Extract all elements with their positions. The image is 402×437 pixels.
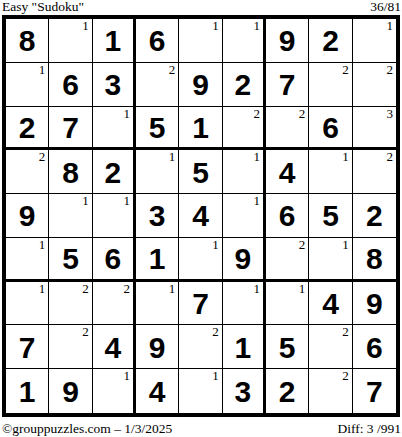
cell-r6c7[interactable]: 2 xyxy=(266,238,309,282)
cell-r2c8[interactable]: 2 xyxy=(309,63,352,107)
given-digit: 5 xyxy=(266,325,308,368)
cell-r5c6[interactable]: 1 xyxy=(223,194,266,238)
pencil-mark: 2 xyxy=(253,107,260,122)
cell-r7c3[interactable]: 2 xyxy=(93,282,136,326)
given-digit: 1 xyxy=(179,107,221,148)
cell-r5c1[interactable]: 9 xyxy=(6,194,49,238)
cell-r2c7[interactable]: 7 xyxy=(266,63,309,107)
pencil-mark: 2 xyxy=(82,325,89,340)
pencil-mark: 1 xyxy=(39,238,46,253)
pencil-mark: 1 xyxy=(82,194,89,209)
given-digit: 6 xyxy=(353,325,396,368)
given-digit: 1 xyxy=(93,19,133,62)
cell-r1c6[interactable]: 1 xyxy=(223,19,266,63)
pencil-mark: 1 xyxy=(123,369,130,384)
cell-r4c7[interactable]: 4 xyxy=(266,150,309,194)
pencil-mark: 1 xyxy=(169,150,176,165)
cell-r2c4[interactable]: 2 xyxy=(136,63,179,107)
cell-r4c4[interactable]: 1 xyxy=(136,150,179,194)
cell-r8c2[interactable]: 2 xyxy=(49,325,92,369)
given-digit: 6 xyxy=(93,238,133,279)
pencil-mark: 2 xyxy=(342,63,349,78)
cell-r1c4[interactable]: 6 xyxy=(136,19,179,63)
cell-r8c8[interactable]: 2 xyxy=(309,325,352,369)
cell-r7c6[interactable]: 1 xyxy=(223,282,266,326)
copyright-text: ©grouppuzzles.com – 1/3/2025 xyxy=(2,421,172,436)
header: Easy "Sudoku" 36/81 xyxy=(2,0,401,14)
cell-r4c3[interactable]: 2 xyxy=(93,150,136,194)
given-digit: 2 xyxy=(6,107,48,148)
given-digit: 9 xyxy=(49,369,91,413)
sudoku-board: 8116119211632927222715122632821514129113… xyxy=(2,15,400,417)
given-digit: 8 xyxy=(49,150,91,193)
cell-r5c4[interactable]: 3 xyxy=(136,194,179,238)
given-digit: 7 xyxy=(179,282,221,325)
cell-r2c6[interactable]: 2 xyxy=(223,63,266,107)
given-digit: 3 xyxy=(93,63,133,106)
pencil-mark: 1 xyxy=(123,194,130,209)
cell-r9c5[interactable]: 1 xyxy=(179,369,222,413)
cell-r9c1[interactable]: 1 xyxy=(6,369,49,413)
given-digit: 7 xyxy=(266,63,308,106)
cell-r8c5[interactable]: 2 xyxy=(179,325,222,369)
pencil-mark: 2 xyxy=(299,238,306,253)
pencil-mark: 1 xyxy=(386,19,393,34)
pencil-mark: 2 xyxy=(299,107,306,122)
cell-r1c2[interactable]: 1 xyxy=(49,19,92,63)
pencil-mark: 1 xyxy=(212,238,219,253)
pencil-mark: 2 xyxy=(39,150,46,165)
cell-r9c8[interactable]: 2 xyxy=(309,369,352,413)
given-digit: 3 xyxy=(223,369,263,413)
cell-r3c8[interactable]: 6 xyxy=(309,107,352,151)
cell-r7c9[interactable]: 9 xyxy=(353,282,396,326)
given-digit: 6 xyxy=(49,63,91,106)
cell-r3c2[interactable]: 7 xyxy=(49,107,92,151)
cell-r7c8[interactable]: 4 xyxy=(309,282,352,326)
given-digit: 9 xyxy=(136,325,178,368)
cell-r4c1[interactable]: 2 xyxy=(6,150,49,194)
pencil-mark: 2 xyxy=(342,325,349,340)
pencil-mark: 1 xyxy=(169,282,176,297)
cell-r7c7[interactable]: 1 xyxy=(266,282,309,326)
cell-r6c2[interactable]: 5 xyxy=(49,238,92,282)
given-digit: 5 xyxy=(179,150,221,193)
cell-r6c3[interactable]: 6 xyxy=(93,238,136,282)
cell-r2c3[interactable]: 3 xyxy=(93,63,136,107)
pencil-mark: 1 xyxy=(253,19,260,34)
pencil-mark: 1 xyxy=(212,369,219,384)
given-digit: 2 xyxy=(353,194,396,237)
given-digit: 4 xyxy=(179,194,221,237)
cell-r1c1[interactable]: 8 xyxy=(6,19,49,63)
pencil-mark: 1 xyxy=(39,282,46,297)
cell-r7c5[interactable]: 7 xyxy=(179,282,222,326)
cell-r8c7[interactable]: 5 xyxy=(266,325,309,369)
cell-r2c1[interactable]: 1 xyxy=(6,63,49,107)
given-digit: 4 xyxy=(309,282,351,325)
pencil-mark: 1 xyxy=(123,107,130,122)
pencil-mark: 1 xyxy=(212,19,219,34)
pencil-mark: 2 xyxy=(386,150,393,165)
pencil-mark: 1 xyxy=(253,194,260,209)
cell-r4c6[interactable]: 1 xyxy=(223,150,266,194)
given-digit: 5 xyxy=(309,194,351,237)
cell-r1c3[interactable]: 1 xyxy=(93,19,136,63)
given-digit: 4 xyxy=(266,150,308,193)
cell-r4c5[interactable]: 5 xyxy=(179,150,222,194)
cell-r3c6[interactable]: 2 xyxy=(223,107,266,151)
cell-r9c4[interactable]: 4 xyxy=(136,369,179,413)
cell-r8c3[interactable]: 4 xyxy=(93,325,136,369)
pencil-mark: 1 xyxy=(253,150,260,165)
cell-r9c2[interactable]: 9 xyxy=(49,369,92,413)
cell-r9c6[interactable]: 3 xyxy=(223,369,266,413)
given-digit: 5 xyxy=(49,238,91,279)
pencil-mark: 2 xyxy=(386,63,393,78)
pencil-mark: 2 xyxy=(169,63,176,78)
cell-r4c8[interactable]: 1 xyxy=(309,150,352,194)
cell-r1c8[interactable]: 2 xyxy=(309,19,352,63)
given-digit: 9 xyxy=(266,19,308,62)
cell-r6c6[interactable]: 9 xyxy=(223,238,266,282)
given-digit: 9 xyxy=(179,63,221,106)
given-digit: 2 xyxy=(93,150,133,193)
cell-r5c8[interactable]: 5 xyxy=(309,194,352,238)
cell-r6c9[interactable]: 8 xyxy=(353,238,396,282)
cell-r1c5[interactable]: 1 xyxy=(179,19,222,63)
given-digit: 8 xyxy=(353,238,396,279)
sudoku-page: Easy "Sudoku" 36/81 81161192116329272227… xyxy=(0,0,402,437)
given-digit: 1 xyxy=(136,238,178,279)
pencil-mark: 1 xyxy=(342,150,349,165)
cell-r4c9[interactable]: 2 xyxy=(353,150,396,194)
cell-r6c1[interactable]: 1 xyxy=(6,238,49,282)
cell-r9c3[interactable]: 1 xyxy=(93,369,136,413)
given-digit: 9 xyxy=(353,282,396,325)
cell-r6c4[interactable]: 1 xyxy=(136,238,179,282)
given-digit: 4 xyxy=(136,369,178,413)
pencil-mark: 1 xyxy=(82,19,89,34)
given-digit: 2 xyxy=(309,19,351,62)
given-digit: 7 xyxy=(6,325,48,368)
cell-r8c4[interactable]: 9 xyxy=(136,325,179,369)
given-counter: 36/81 xyxy=(370,0,401,14)
cell-r3c7[interactable]: 2 xyxy=(266,107,309,151)
cell-r5c5[interactable]: 4 xyxy=(179,194,222,238)
cell-r1c7[interactable]: 9 xyxy=(266,19,309,63)
given-digit: 1 xyxy=(223,325,263,368)
cell-r9c9[interactable]: 7 xyxy=(353,369,396,413)
given-digit: 6 xyxy=(309,107,351,148)
given-digit: 8 xyxy=(6,19,48,62)
cell-r5c2[interactable]: 1 xyxy=(49,194,92,238)
given-digit: 2 xyxy=(266,369,308,413)
pencil-mark: 1 xyxy=(342,238,349,253)
cell-r4c2[interactable]: 8 xyxy=(49,150,92,194)
given-digit: 7 xyxy=(49,107,91,148)
given-digit: 5 xyxy=(136,107,178,148)
cell-r8c6[interactable]: 1 xyxy=(223,325,266,369)
given-digit: 1 xyxy=(6,369,48,413)
difficulty-text: Diff: 3 /991 xyxy=(338,421,402,436)
cell-r6c8[interactable]: 1 xyxy=(309,238,352,282)
pencil-mark: 1 xyxy=(253,282,260,297)
cell-r6c5[interactable]: 1 xyxy=(179,238,222,282)
pencil-mark: 2 xyxy=(212,325,219,340)
cell-r3c4[interactable]: 5 xyxy=(136,107,179,151)
cell-r3c1[interactable]: 2 xyxy=(6,107,49,151)
pencil-mark: 2 xyxy=(342,369,349,384)
cell-r7c2[interactable]: 2 xyxy=(49,282,92,326)
given-digit: 6 xyxy=(136,19,178,62)
pencil-mark: 3 xyxy=(386,107,393,122)
cell-r2c5[interactable]: 9 xyxy=(179,63,222,107)
cell-r5c9[interactable]: 2 xyxy=(353,194,396,238)
given-digit: 9 xyxy=(223,238,263,279)
cell-r3c3[interactable]: 1 xyxy=(93,107,136,151)
given-digit: 9 xyxy=(6,194,48,237)
cell-r7c4[interactable]: 1 xyxy=(136,282,179,326)
cell-r3c9[interactable]: 3 xyxy=(353,107,396,151)
pencil-mark: 1 xyxy=(299,282,306,297)
cell-r2c2[interactable]: 6 xyxy=(49,63,92,107)
footer: ©grouppuzzles.com – 1/3/2025 Diff: 3 /99… xyxy=(2,421,401,436)
cell-r3c5[interactable]: 1 xyxy=(179,107,222,151)
given-digit: 3 xyxy=(136,194,178,237)
given-digit: 4 xyxy=(93,325,133,368)
cell-r7c1[interactable]: 1 xyxy=(6,282,49,326)
given-digit: 7 xyxy=(353,369,396,413)
given-digit: 6 xyxy=(266,194,308,237)
cell-r5c3[interactable]: 1 xyxy=(93,194,136,238)
cell-r2c9[interactable]: 2 xyxy=(353,63,396,107)
cell-r5c7[interactable]: 6 xyxy=(266,194,309,238)
cell-r8c9[interactable]: 6 xyxy=(353,325,396,369)
given-digit: 2 xyxy=(223,63,263,106)
page-title: Easy "Sudoku" xyxy=(2,0,84,14)
cell-r8c1[interactable]: 7 xyxy=(6,325,49,369)
pencil-mark: 2 xyxy=(123,282,130,297)
pencil-mark: 2 xyxy=(82,282,89,297)
pencil-mark: 1 xyxy=(39,63,46,78)
cell-r1c9[interactable]: 1 xyxy=(353,19,396,63)
cell-r9c7[interactable]: 2 xyxy=(266,369,309,413)
